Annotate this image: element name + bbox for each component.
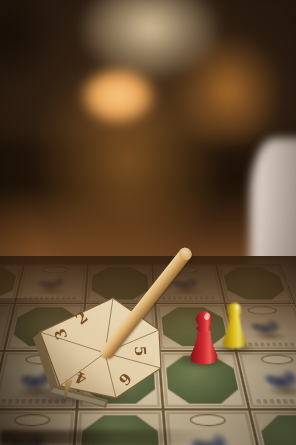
tile-engraving — [249, 366, 296, 395]
photo-scene: 2 1 5 6 4 3 — [0, 0, 296, 445]
teetotum[interactable]: 2 1 5 6 4 3 — [24, 292, 174, 408]
teetotum-face-5: 5 — [131, 345, 150, 357]
red-pawn-shape — [186, 308, 222, 366]
yellow-pawn[interactable] — [219, 299, 250, 351]
tile-number-cartouche — [189, 414, 227, 426]
tile-caption — [256, 399, 296, 404]
board-tile[interactable] — [249, 409, 296, 445]
red-pawn[interactable] — [186, 308, 222, 366]
yellow-pawn-shape — [219, 299, 250, 351]
board-bottom-shadow — [0, 430, 210, 445]
green-octagon — [257, 415, 296, 445]
teetotum-shape: 2 1 5 6 4 3 — [24, 292, 174, 408]
